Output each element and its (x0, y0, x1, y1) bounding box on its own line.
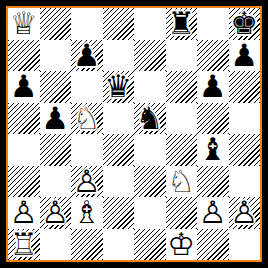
square-e7[interactable] (134, 40, 166, 72)
square-b3[interactable] (40, 166, 72, 198)
white-knight-f3[interactable]: ♘ (166, 166, 198, 198)
square-b4[interactable] (40, 134, 72, 166)
square-g6[interactable]: ♟♟ (197, 71, 229, 103)
square-b2[interactable]: ♟♙ (40, 197, 72, 229)
black-rook-halo: ♜ (166, 8, 198, 40)
square-h3[interactable] (229, 166, 261, 198)
black-bishop-g4[interactable]: ♝ (197, 134, 229, 166)
white-rook-a1[interactable]: ♖ (8, 229, 40, 261)
square-h6[interactable] (229, 71, 261, 103)
square-h5[interactable] (229, 103, 261, 135)
square-f1[interactable]: ♚♔ (166, 229, 198, 261)
white-king-halo: ♚ (166, 229, 198, 261)
white-knight-halo: ♞ (71, 103, 103, 135)
square-a6[interactable]: ♟♟ (8, 71, 40, 103)
square-b8[interactable] (40, 8, 72, 40)
white-pawn-g2[interactable]: ♙ (197, 197, 229, 229)
square-f7[interactable] (166, 40, 198, 72)
black-queen-d6[interactable]: ♛ (103, 71, 135, 103)
square-a2[interactable]: ♟♙ (8, 197, 40, 229)
black-bishop-halo: ♝ (197, 134, 229, 166)
square-e2[interactable] (134, 197, 166, 229)
square-d2[interactable] (103, 197, 135, 229)
black-pawn-h7[interactable]: ♟ (229, 40, 261, 72)
square-e6[interactable] (134, 71, 166, 103)
square-h8[interactable]: ♚♚ (229, 8, 261, 40)
square-g1[interactable] (197, 229, 229, 261)
square-a1[interactable]: ♜♖ (8, 229, 40, 261)
chess-board[interactable]: ♛♕♜♜♚♚♟♟♟♟♟♟♛♛♟♟♟♟♞♘♞♞♝♝♟♙♞♘♟♙♟♙♝♗♟♙♟♙♜♖… (8, 8, 260, 260)
square-g8[interactable] (197, 8, 229, 40)
square-f3[interactable]: ♞♘ (166, 166, 198, 198)
white-pawn-c3[interactable]: ♙ (71, 166, 103, 198)
square-c3[interactable]: ♟♙ (71, 166, 103, 198)
black-king-h8[interactable]: ♚ (229, 8, 261, 40)
square-c6[interactable] (71, 71, 103, 103)
black-pawn-halo: ♟ (8, 71, 40, 103)
white-bishop-c2[interactable]: ♗ (71, 197, 103, 229)
square-g2[interactable]: ♟♙ (197, 197, 229, 229)
square-b7[interactable] (40, 40, 72, 72)
white-pawn-b2[interactable]: ♙ (40, 197, 72, 229)
black-pawn-halo: ♟ (197, 71, 229, 103)
white-rook-halo: ♜ (8, 229, 40, 261)
white-pawn-a2[interactable]: ♙ (8, 197, 40, 229)
white-queen-a8[interactable]: ♕ (8, 8, 40, 40)
square-f8[interactable]: ♜♜ (166, 8, 198, 40)
white-pawn-halo: ♟ (8, 197, 40, 229)
white-knight-c5[interactable]: ♘ (71, 103, 103, 135)
black-pawn-g6[interactable]: ♟ (197, 71, 229, 103)
square-b5[interactable]: ♟♟ (40, 103, 72, 135)
square-d1[interactable] (103, 229, 135, 261)
square-d4[interactable] (103, 134, 135, 166)
square-a7[interactable] (8, 40, 40, 72)
white-pawn-halo: ♟ (71, 166, 103, 198)
square-h2[interactable]: ♟♙ (229, 197, 261, 229)
black-pawn-halo: ♟ (229, 40, 261, 72)
square-h1[interactable] (229, 229, 261, 261)
square-d6[interactable]: ♛♛ (103, 71, 135, 103)
square-a4[interactable] (8, 134, 40, 166)
white-knight-halo: ♞ (166, 166, 198, 198)
black-pawn-halo: ♟ (40, 103, 72, 135)
square-c5[interactable]: ♞♘ (71, 103, 103, 135)
black-queen-halo: ♛ (103, 71, 135, 103)
square-f5[interactable] (166, 103, 198, 135)
black-pawn-b5[interactable]: ♟ (40, 103, 72, 135)
black-rook-f8[interactable]: ♜ (166, 8, 198, 40)
square-b1[interactable] (40, 229, 72, 261)
square-d7[interactable] (103, 40, 135, 72)
black-king-halo: ♚ (229, 8, 261, 40)
square-e1[interactable] (134, 229, 166, 261)
square-g4[interactable]: ♝♝ (197, 134, 229, 166)
square-c8[interactable] (71, 8, 103, 40)
white-pawn-h2[interactable]: ♙ (229, 197, 261, 229)
square-a5[interactable] (8, 103, 40, 135)
board-frame: ♛♕♜♜♚♚♟♟♟♟♟♟♛♛♟♟♟♟♞♘♞♞♝♝♟♙♞♘♟♙♟♙♝♗♟♙♟♙♜♖… (6, 6, 262, 262)
black-knight-e5[interactable]: ♞ (134, 103, 166, 135)
square-g7[interactable] (197, 40, 229, 72)
white-pawn-halo: ♟ (197, 197, 229, 229)
square-g3[interactable] (197, 166, 229, 198)
square-a3[interactable] (8, 166, 40, 198)
white-bishop-halo: ♝ (71, 197, 103, 229)
white-queen-halo: ♛ (8, 8, 40, 40)
square-f6[interactable] (166, 71, 198, 103)
square-f2[interactable] (166, 197, 198, 229)
black-pawn-c7[interactable]: ♟ (71, 40, 103, 72)
white-pawn-halo: ♟ (229, 197, 261, 229)
square-f4[interactable] (166, 134, 198, 166)
square-e4[interactable] (134, 134, 166, 166)
square-a8[interactable]: ♛♕ (8, 8, 40, 40)
square-d3[interactable] (103, 166, 135, 198)
square-h4[interactable] (229, 134, 261, 166)
black-pawn-halo: ♟ (71, 40, 103, 72)
black-knight-halo: ♞ (134, 103, 166, 135)
square-c7[interactable]: ♟♟ (71, 40, 103, 72)
square-d8[interactable] (103, 8, 135, 40)
square-e8[interactable] (134, 8, 166, 40)
square-e5[interactable]: ♞♞ (134, 103, 166, 135)
black-pawn-a6[interactable]: ♟ (8, 71, 40, 103)
square-c2[interactable]: ♝♗ (71, 197, 103, 229)
square-e3[interactable] (134, 166, 166, 198)
square-c1[interactable] (71, 229, 103, 261)
square-d5[interactable] (103, 103, 135, 135)
white-pawn-halo: ♟ (40, 197, 72, 229)
square-h7[interactable]: ♟♟ (229, 40, 261, 72)
square-c4[interactable] (71, 134, 103, 166)
white-king-f1[interactable]: ♔ (166, 229, 198, 261)
square-g5[interactable] (197, 103, 229, 135)
chess-diagram: ♛♕♜♜♚♚♟♟♟♟♟♟♛♛♟♟♟♟♞♘♞♞♝♝♟♙♞♘♟♙♟♙♝♗♟♙♟♙♜♖… (0, 0, 268, 268)
square-b6[interactable] (40, 71, 72, 103)
